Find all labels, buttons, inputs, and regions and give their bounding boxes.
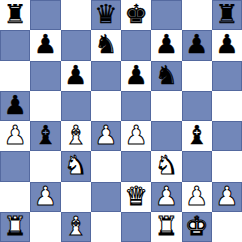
white-king-icon[interactable]: ♚ (185, 213, 208, 239)
square-d8[interactable]: ♛ (91, 0, 121, 30)
square-b4[interactable]: ♝ (30, 121, 60, 151)
square-a7[interactable] (0, 30, 30, 60)
square-c8[interactable] (61, 0, 91, 30)
square-g7[interactable]: ♟ (182, 30, 212, 60)
square-f5[interactable] (151, 91, 181, 121)
square-e8[interactable]: ♚ (121, 0, 151, 30)
white-pawn-icon[interactable]: ♟ (155, 183, 178, 209)
square-a3[interactable] (0, 151, 30, 181)
black-pawn-icon[interactable]: ♟ (185, 31, 208, 57)
square-e1[interactable] (121, 212, 151, 242)
black-pawn-icon[interactable]: ♟ (124, 62, 147, 88)
white-rook-icon[interactable]: ♜ (3, 213, 26, 239)
white-pawn-icon[interactable]: ♟ (185, 183, 208, 209)
square-f8[interactable] (151, 0, 181, 30)
square-c5[interactable] (61, 91, 91, 121)
white-pawn-icon[interactable]: ♟ (215, 183, 238, 209)
white-knight-icon[interactable]: ♞ (155, 152, 178, 178)
white-knight-icon[interactable]: ♞ (64, 152, 87, 178)
chess-board: ♜♛♚♜♟♞♟♟♟♟♟♞♟♟♝♝♟♟♝♞♞♟♛♟♟♟♜♝♜♚ (0, 0, 242, 242)
square-f3[interactable]: ♞ (151, 151, 181, 181)
square-c7[interactable] (61, 30, 91, 60)
square-h4[interactable] (212, 121, 242, 151)
square-f1[interactable]: ♜ (151, 212, 181, 242)
square-f6[interactable]: ♞ (151, 61, 181, 91)
square-d5[interactable] (91, 91, 121, 121)
black-pawn-icon[interactable]: ♟ (64, 62, 87, 88)
white-bishop-icon[interactable]: ♝ (64, 213, 87, 239)
black-rook-icon[interactable]: ♜ (215, 1, 238, 27)
square-g6[interactable] (182, 61, 212, 91)
white-bishop-icon[interactable]: ♝ (64, 122, 87, 148)
black-pawn-icon[interactable]: ♟ (155, 31, 178, 57)
square-e2[interactable]: ♛ (121, 182, 151, 212)
square-g4[interactable]: ♝ (182, 121, 212, 151)
square-g5[interactable] (182, 91, 212, 121)
black-queen-icon[interactable]: ♛ (94, 1, 117, 27)
square-a2[interactable] (0, 182, 30, 212)
square-c4[interactable]: ♝ (61, 121, 91, 151)
white-rook-icon[interactable]: ♜ (155, 213, 178, 239)
square-d4[interactable]: ♟ (91, 121, 121, 151)
white-pawn-icon[interactable]: ♟ (3, 122, 26, 148)
square-f7[interactable]: ♟ (151, 30, 181, 60)
black-knight-icon[interactable]: ♞ (155, 62, 178, 88)
white-pawn-icon[interactable]: ♟ (94, 122, 117, 148)
square-b1[interactable] (30, 212, 60, 242)
square-e5[interactable] (121, 91, 151, 121)
square-e3[interactable] (121, 151, 151, 181)
black-bishop-icon[interactable]: ♝ (185, 122, 208, 148)
square-d6[interactable] (91, 61, 121, 91)
square-c2[interactable] (61, 182, 91, 212)
square-h6[interactable] (212, 61, 242, 91)
black-king-icon[interactable]: ♚ (124, 1, 147, 27)
black-pawn-icon[interactable]: ♟ (34, 31, 57, 57)
square-g1[interactable]: ♚ (182, 212, 212, 242)
square-c3[interactable]: ♞ (61, 151, 91, 181)
square-c1[interactable]: ♝ (61, 212, 91, 242)
square-b3[interactable] (30, 151, 60, 181)
square-g3[interactable] (182, 151, 212, 181)
square-h5[interactable] (212, 91, 242, 121)
square-d3[interactable] (91, 151, 121, 181)
black-pawn-icon[interactable]: ♟ (3, 92, 26, 118)
square-e4[interactable]: ♟ (121, 121, 151, 151)
white-pawn-icon[interactable]: ♟ (124, 122, 147, 148)
square-d1[interactable] (91, 212, 121, 242)
black-knight-icon[interactable]: ♞ (94, 31, 117, 57)
square-b5[interactable] (30, 91, 60, 121)
square-e6[interactable]: ♟ (121, 61, 151, 91)
square-d2[interactable] (91, 182, 121, 212)
white-pawn-icon[interactable]: ♟ (34, 183, 57, 209)
square-a6[interactable] (0, 61, 30, 91)
square-d7[interactable]: ♞ (91, 30, 121, 60)
square-c6[interactable]: ♟ (61, 61, 91, 91)
square-h1[interactable] (212, 212, 242, 242)
square-h2[interactable]: ♟ (212, 182, 242, 212)
square-a8[interactable]: ♜ (0, 0, 30, 30)
square-a5[interactable]: ♟ (0, 91, 30, 121)
square-h7[interactable]: ♟ (212, 30, 242, 60)
square-h3[interactable] (212, 151, 242, 181)
square-a4[interactable]: ♟ (0, 121, 30, 151)
square-g2[interactable]: ♟ (182, 182, 212, 212)
square-f4[interactable] (151, 121, 181, 151)
square-g8[interactable] (182, 0, 212, 30)
square-b6[interactable] (30, 61, 60, 91)
square-f2[interactable]: ♟ (151, 182, 181, 212)
black-bishop-icon[interactable]: ♝ (34, 122, 57, 148)
white-queen-icon[interactable]: ♛ (124, 183, 147, 209)
square-h8[interactable]: ♜ (212, 0, 242, 30)
black-pawn-icon[interactable]: ♟ (215, 31, 238, 57)
black-rook-icon[interactable]: ♜ (3, 1, 26, 27)
square-b2[interactable]: ♟ (30, 182, 60, 212)
square-b8[interactable] (30, 0, 60, 30)
square-e7[interactable] (121, 30, 151, 60)
square-b7[interactable]: ♟ (30, 30, 60, 60)
square-a1[interactable]: ♜ (0, 212, 30, 242)
